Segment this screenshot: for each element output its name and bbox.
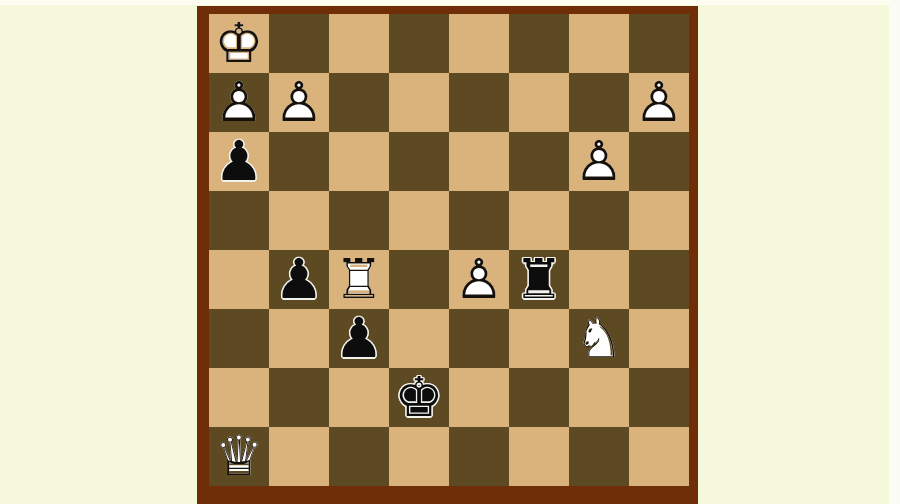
page-top-strip [0,0,900,5]
piece-outline: ♙ [274,70,323,134]
square-a2[interactable] [209,368,269,427]
square-b4[interactable]: ♟ [269,250,329,309]
piece-outline: ♕ [214,424,263,488]
square-a6[interactable]: ♟ [209,132,269,191]
square-h7[interactable]: ♟♙ [629,73,689,132]
square-a1[interactable]: ♛♕ [209,427,269,486]
square-c1[interactable] [329,427,389,486]
black-rook[interactable]: ♜ [514,252,563,307]
piece-outline: ♙ [574,129,623,193]
piece-outline: ♙ [214,70,263,134]
piece-outline: ♖ [334,247,383,311]
piece-outline: ♙ [454,247,503,311]
square-d4[interactable] [389,250,449,309]
square-h5[interactable] [629,191,689,250]
black-pawn[interactable]: ♟ [334,311,383,366]
white-queen[interactable]: ♛♕ [214,429,263,484]
square-f3[interactable] [509,309,569,368]
square-g3[interactable]: ♞♘ [569,309,629,368]
square-g6[interactable]: ♟♙ [569,132,629,191]
piece-outline: ♙ [634,70,683,134]
square-e2[interactable] [449,368,509,427]
square-h3[interactable] [629,309,689,368]
square-e7[interactable] [449,73,509,132]
square-g8[interactable] [569,14,629,73]
white-rook[interactable]: ♜♖ [334,252,383,307]
square-d3[interactable] [389,309,449,368]
white-knight[interactable]: ♞♘ [574,311,623,366]
page-right-strip [889,0,900,504]
square-f2[interactable] [509,368,569,427]
square-f7[interactable] [509,73,569,132]
square-a4[interactable] [209,250,269,309]
black-pawn[interactable]: ♟ [274,252,323,307]
square-c8[interactable] [329,14,389,73]
square-a8[interactable]: ♚♔ [209,14,269,73]
white-pawn[interactable]: ♟♙ [214,75,263,130]
square-h2[interactable] [629,368,689,427]
square-g5[interactable] [569,191,629,250]
square-e5[interactable] [449,191,509,250]
square-e4[interactable]: ♟♙ [449,250,509,309]
square-h1[interactable] [629,427,689,486]
chess-board-frame: ♚♔♟♙♟♙♟♙♟♟♙♟♜♖♟♙♜♟♞♘♚♛♕ [197,6,698,504]
square-h6[interactable] [629,132,689,191]
square-b2[interactable] [269,368,329,427]
square-b5[interactable] [269,191,329,250]
white-pawn[interactable]: ♟♙ [274,75,323,130]
square-b7[interactable]: ♟♙ [269,73,329,132]
square-e8[interactable] [449,14,509,73]
square-a3[interactable] [209,309,269,368]
square-a5[interactable] [209,191,269,250]
square-c2[interactable] [329,368,389,427]
white-pawn[interactable]: ♟♙ [634,75,683,130]
square-f5[interactable] [509,191,569,250]
square-d8[interactable] [389,14,449,73]
square-b6[interactable] [269,132,329,191]
square-d6[interactable] [389,132,449,191]
white-pawn[interactable]: ♟♙ [574,134,623,189]
square-d7[interactable] [389,73,449,132]
square-e1[interactable] [449,427,509,486]
square-c4[interactable]: ♜♖ [329,250,389,309]
screen: ♚♔♟♙♟♙♟♙♟♟♙♟♜♖♟♙♜♟♞♘♚♛♕ [0,0,900,504]
square-c5[interactable] [329,191,389,250]
square-f4[interactable]: ♜ [509,250,569,309]
chess-board: ♚♔♟♙♟♙♟♙♟♟♙♟♜♖♟♙♜♟♞♘♚♛♕ [209,14,689,486]
piece-outline: ♔ [214,11,263,75]
square-g4[interactable] [569,250,629,309]
square-c6[interactable] [329,132,389,191]
square-g2[interactable] [569,368,629,427]
square-d2[interactable]: ♚ [389,368,449,427]
white-king[interactable]: ♚♔ [214,16,263,71]
square-h8[interactable] [629,14,689,73]
square-g1[interactable] [569,427,629,486]
square-a7[interactable]: ♟♙ [209,73,269,132]
square-d1[interactable] [389,427,449,486]
square-e6[interactable] [449,132,509,191]
square-b8[interactable] [269,14,329,73]
square-h4[interactable] [629,250,689,309]
square-b3[interactable] [269,309,329,368]
black-pawn[interactable]: ♟ [214,134,263,189]
white-pawn[interactable]: ♟♙ [454,252,503,307]
piece-outline: ♘ [574,306,623,370]
square-g7[interactable] [569,73,629,132]
square-f6[interactable] [509,132,569,191]
square-d5[interactable] [389,191,449,250]
square-f8[interactable] [509,14,569,73]
square-f1[interactable] [509,427,569,486]
square-b1[interactable] [269,427,329,486]
black-king[interactable]: ♚ [394,370,443,425]
square-c3[interactable]: ♟ [329,309,389,368]
square-c7[interactable] [329,73,389,132]
square-e3[interactable] [449,309,509,368]
